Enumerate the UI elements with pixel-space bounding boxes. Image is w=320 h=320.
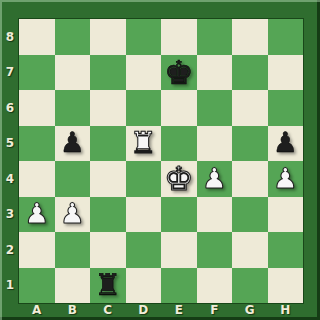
- square-b7[interactable]: [55, 55, 91, 91]
- square-f6[interactable]: [197, 90, 233, 126]
- square-c4[interactable]: [90, 161, 126, 197]
- square-f4[interactable]: ♟: [197, 161, 233, 197]
- square-c7[interactable]: [90, 55, 126, 91]
- piece-white-pawn[interactable]: ♟: [202, 165, 227, 193]
- square-a6[interactable]: [19, 90, 55, 126]
- square-c5[interactable]: [90, 126, 126, 162]
- square-d7[interactable]: [126, 55, 162, 91]
- square-h4[interactable]: ♟: [268, 161, 304, 197]
- square-f8[interactable]: [197, 19, 233, 55]
- square-f5[interactable]: [197, 126, 233, 162]
- file-labels: ABCDEFGH: [19, 301, 303, 318]
- square-a3[interactable]: ♟: [19, 197, 55, 233]
- square-g2[interactable]: [232, 232, 268, 268]
- square-e2[interactable]: [161, 232, 197, 268]
- square-a7[interactable]: [19, 55, 55, 91]
- rank-label-1: 1: [3, 268, 17, 304]
- square-c2[interactable]: [90, 232, 126, 268]
- piece-white-pawn[interactable]: ♟: [273, 165, 298, 193]
- square-h6[interactable]: [268, 90, 304, 126]
- square-f7[interactable]: [197, 55, 233, 91]
- square-g3[interactable]: [232, 197, 268, 233]
- square-h8[interactable]: [268, 19, 304, 55]
- board-frame: ♚♟♜♟♚♟♟♟♟♜ 87654321 ABCDEFGH: [0, 0, 320, 320]
- square-g7[interactable]: [232, 55, 268, 91]
- square-g6[interactable]: [232, 90, 268, 126]
- square-f3[interactable]: [197, 197, 233, 233]
- file-label-g: G: [232, 301, 268, 318]
- rank-label-2: 2: [3, 232, 17, 268]
- square-d2[interactable]: [126, 232, 162, 268]
- square-a5[interactable]: [19, 126, 55, 162]
- square-f2[interactable]: [197, 232, 233, 268]
- square-e1[interactable]: [161, 268, 197, 304]
- square-e6[interactable]: [161, 90, 197, 126]
- square-b3[interactable]: ♟: [55, 197, 91, 233]
- piece-black-king[interactable]: ♚: [164, 56, 194, 89]
- square-c1[interactable]: ♜: [90, 268, 126, 304]
- rank-labels: 87654321: [3, 19, 17, 303]
- file-label-b: B: [55, 301, 91, 318]
- square-a8[interactable]: [19, 19, 55, 55]
- rank-label-8: 8: [3, 19, 17, 55]
- square-a2[interactable]: [19, 232, 55, 268]
- square-b8[interactable]: [55, 19, 91, 55]
- square-d6[interactable]: [126, 90, 162, 126]
- square-b6[interactable]: [55, 90, 91, 126]
- square-h7[interactable]: [268, 55, 304, 91]
- square-h1[interactable]: [268, 268, 304, 304]
- square-e4[interactable]: ♚: [161, 161, 197, 197]
- square-b2[interactable]: [55, 232, 91, 268]
- square-e7[interactable]: ♚: [161, 55, 197, 91]
- piece-black-pawn[interactable]: ♟: [273, 129, 298, 157]
- square-e3[interactable]: [161, 197, 197, 233]
- file-label-d: D: [126, 301, 162, 318]
- square-c6[interactable]: [90, 90, 126, 126]
- square-b1[interactable]: [55, 268, 91, 304]
- square-f1[interactable]: [197, 268, 233, 304]
- rank-label-6: 6: [3, 90, 17, 126]
- piece-black-rook[interactable]: ♜: [94, 270, 121, 300]
- square-h2[interactable]: [268, 232, 304, 268]
- square-h5[interactable]: ♟: [268, 126, 304, 162]
- file-label-c: C: [90, 301, 126, 318]
- square-a1[interactable]: [19, 268, 55, 304]
- chess-board: ♚♟♜♟♚♟♟♟♟♜: [19, 19, 303, 303]
- square-d3[interactable]: [126, 197, 162, 233]
- square-b4[interactable]: [55, 161, 91, 197]
- square-g5[interactable]: [232, 126, 268, 162]
- file-label-h: H: [268, 301, 304, 318]
- piece-white-pawn[interactable]: ♟: [60, 200, 85, 228]
- file-label-a: A: [19, 301, 55, 318]
- square-d4[interactable]: [126, 161, 162, 197]
- piece-white-king[interactable]: ♚: [164, 162, 194, 195]
- rank-label-3: 3: [3, 197, 17, 233]
- piece-black-pawn[interactable]: ♟: [60, 129, 85, 157]
- piece-white-rook[interactable]: ♜: [130, 128, 157, 158]
- square-g8[interactable]: [232, 19, 268, 55]
- square-a4[interactable]: [19, 161, 55, 197]
- rank-label-7: 7: [3, 55, 17, 91]
- piece-white-pawn[interactable]: ♟: [24, 200, 49, 228]
- square-d1[interactable]: [126, 268, 162, 304]
- square-e8[interactable]: [161, 19, 197, 55]
- square-g1[interactable]: [232, 268, 268, 304]
- square-c3[interactable]: [90, 197, 126, 233]
- file-label-e: E: [161, 301, 197, 318]
- square-c8[interactable]: [90, 19, 126, 55]
- square-d8[interactable]: [126, 19, 162, 55]
- file-label-f: F: [197, 301, 233, 318]
- square-e5[interactable]: [161, 126, 197, 162]
- square-b5[interactable]: ♟: [55, 126, 91, 162]
- square-g4[interactable]: [232, 161, 268, 197]
- rank-label-5: 5: [3, 126, 17, 162]
- rank-label-4: 4: [3, 161, 17, 197]
- square-d5[interactable]: ♜: [126, 126, 162, 162]
- square-h3[interactable]: [268, 197, 304, 233]
